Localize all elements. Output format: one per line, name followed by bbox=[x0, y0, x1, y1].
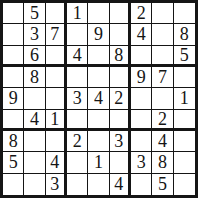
sudoku-page: 51237948648589793421412823454138345 bbox=[0, 0, 200, 200]
cell-r5c9[interactable]: 1 bbox=[174, 88, 195, 109]
cell-r4c9[interactable] bbox=[174, 67, 195, 88]
cell-r9c6[interactable]: 4 bbox=[110, 174, 131, 195]
cell-r6c4[interactable] bbox=[67, 110, 88, 131]
cell-r3c1[interactable] bbox=[3, 46, 24, 67]
cell-r5c8[interactable] bbox=[152, 88, 173, 109]
cell-r7c1[interactable]: 8 bbox=[3, 131, 24, 152]
cell-r2c5[interactable]: 9 bbox=[88, 24, 109, 45]
cell-r2c8[interactable] bbox=[152, 24, 173, 45]
cell-r3c5[interactable] bbox=[88, 46, 109, 67]
cell-r5c3[interactable] bbox=[46, 88, 67, 109]
cell-r8c4[interactable] bbox=[67, 152, 88, 173]
cell-r9c7[interactable] bbox=[131, 174, 152, 195]
cell-r3c4[interactable]: 4 bbox=[67, 46, 88, 67]
cell-r4c2[interactable]: 8 bbox=[24, 67, 45, 88]
cell-r9c3[interactable]: 3 bbox=[46, 174, 67, 195]
cell-r8c5[interactable]: 1 bbox=[88, 152, 109, 173]
cell-r3c7[interactable] bbox=[131, 46, 152, 67]
sudoku-board: 51237948648589793421412823454138345 bbox=[0, 0, 198, 198]
cell-r5c2[interactable] bbox=[24, 88, 45, 109]
cell-r8c3[interactable]: 4 bbox=[46, 152, 67, 173]
cell-r2c6[interactable] bbox=[110, 24, 131, 45]
cell-r1c4[interactable]: 1 bbox=[67, 3, 88, 24]
cell-r1c2[interactable]: 5 bbox=[24, 3, 45, 24]
cell-r3c8[interactable] bbox=[152, 46, 173, 67]
cell-r9c1[interactable] bbox=[3, 174, 24, 195]
cell-r2c4[interactable] bbox=[67, 24, 88, 45]
cell-r2c2[interactable]: 3 bbox=[24, 24, 45, 45]
cell-r9c4[interactable] bbox=[67, 174, 88, 195]
cell-r6c1[interactable] bbox=[3, 110, 24, 131]
cell-r6c9[interactable] bbox=[174, 110, 195, 131]
cell-r7c8[interactable]: 4 bbox=[152, 131, 173, 152]
cell-r4c6[interactable] bbox=[110, 67, 131, 88]
cell-r4c7[interactable]: 9 bbox=[131, 67, 152, 88]
cell-r1c3[interactable] bbox=[46, 3, 67, 24]
cell-r5c1[interactable]: 9 bbox=[3, 88, 24, 109]
cell-r9c5[interactable] bbox=[88, 174, 109, 195]
cell-r2c1[interactable] bbox=[3, 24, 24, 45]
cell-r7c9[interactable] bbox=[174, 131, 195, 152]
cell-r7c4[interactable]: 2 bbox=[67, 131, 88, 152]
cell-r6c7[interactable] bbox=[131, 110, 152, 131]
cell-r3c2[interactable]: 6 bbox=[24, 46, 45, 67]
cell-r7c2[interactable] bbox=[24, 131, 45, 152]
cell-r7c3[interactable] bbox=[46, 131, 67, 152]
cell-r9c9[interactable] bbox=[174, 174, 195, 195]
cell-r5c5[interactable]: 4 bbox=[88, 88, 109, 109]
cell-r2c9[interactable]: 8 bbox=[174, 24, 195, 45]
cell-r1c6[interactable] bbox=[110, 3, 131, 24]
cell-r3c3[interactable] bbox=[46, 46, 67, 67]
cell-r9c2[interactable] bbox=[24, 174, 45, 195]
cell-r1c1[interactable] bbox=[3, 3, 24, 24]
cell-r3c6[interactable]: 8 bbox=[110, 46, 131, 67]
cell-r6c5[interactable] bbox=[88, 110, 109, 131]
cell-r3c9[interactable]: 5 bbox=[174, 46, 195, 67]
cell-r6c8[interactable]: 2 bbox=[152, 110, 173, 131]
cell-r4c5[interactable] bbox=[88, 67, 109, 88]
cell-r2c3[interactable]: 7 bbox=[46, 24, 67, 45]
cell-r4c3[interactable] bbox=[46, 67, 67, 88]
cell-r1c7[interactable]: 2 bbox=[131, 3, 152, 24]
cell-r7c6[interactable]: 3 bbox=[110, 131, 131, 152]
cell-r5c7[interactable] bbox=[131, 88, 152, 109]
cell-r5c6[interactable]: 2 bbox=[110, 88, 131, 109]
cell-r8c2[interactable] bbox=[24, 152, 45, 173]
cell-r8c9[interactable] bbox=[174, 152, 195, 173]
cell-r4c1[interactable] bbox=[3, 67, 24, 88]
cell-r6c3[interactable]: 1 bbox=[46, 110, 67, 131]
cell-r9c8[interactable]: 5 bbox=[152, 174, 173, 195]
cell-r4c8[interactable]: 7 bbox=[152, 67, 173, 88]
cell-r7c7[interactable] bbox=[131, 131, 152, 152]
cell-r8c8[interactable]: 8 bbox=[152, 152, 173, 173]
cell-r1c5[interactable] bbox=[88, 3, 109, 24]
cell-r6c2[interactable]: 4 bbox=[24, 110, 45, 131]
cell-r6c6[interactable] bbox=[110, 110, 131, 131]
cell-r8c6[interactable] bbox=[110, 152, 131, 173]
cell-r8c7[interactable]: 3 bbox=[131, 152, 152, 173]
cell-r8c1[interactable]: 5 bbox=[3, 152, 24, 173]
cell-r7c5[interactable] bbox=[88, 131, 109, 152]
cell-r1c8[interactable] bbox=[152, 3, 173, 24]
cell-r1c9[interactable] bbox=[174, 3, 195, 24]
cell-r2c7[interactable]: 4 bbox=[131, 24, 152, 45]
cell-r5c4[interactable]: 3 bbox=[67, 88, 88, 109]
cell-r4c4[interactable] bbox=[67, 67, 88, 88]
